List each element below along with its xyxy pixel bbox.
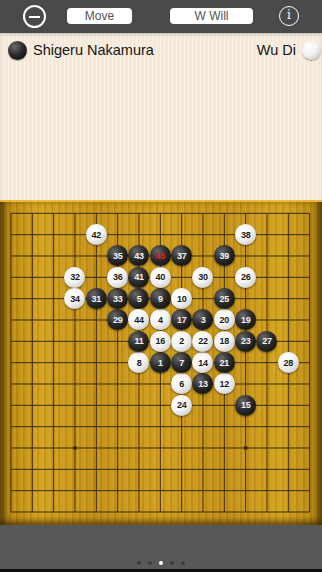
stone-2-i9: 2 [171,331,192,352]
stone-26-l12: 26 [235,267,256,288]
stone-36-f12: 36 [107,267,128,288]
info-area: Shigeru Nakamura Wu Di [0,33,322,200]
black-stone-icon [8,41,27,60]
white-player-name: Wu Di [257,42,296,58]
stone-24-i6: 24 [171,395,192,416]
white-stone-icon [302,41,321,60]
page-dot-0 [137,561,142,566]
info-circle-icon[interactable]: i [279,6,299,26]
top-bar: Move W Will i [0,0,322,33]
page-dots[interactable] [0,560,322,566]
move-button[interactable]: Move [67,8,132,24]
stone-28-n8: 28 [278,352,299,373]
stone-1-h8: 1 [150,352,171,373]
page-dot-4 [181,561,186,566]
stone-18-k9: 18 [214,331,235,352]
w-will-button[interactable]: W Will [170,8,253,24]
page-dot-1 [148,561,153,566]
stone-42-e14: 42 [86,224,107,245]
stone-23-l9: 23 [235,331,256,352]
minus-circle-icon[interactable] [23,5,46,28]
app-screen: Move W Will i Shigeru Nakamura Wu Di 123… [0,0,322,572]
stone-9-h11: 9 [150,288,171,309]
stone-15-l6: 15 [235,395,256,416]
stone-16-h9: 16 [150,331,171,352]
stone-40-h12: 40 [150,267,171,288]
page-dot-2 [159,561,164,566]
player-bar: Shigeru Nakamura Wu Di [0,36,322,64]
page-dot-3 [170,561,175,566]
black-player-name: Shigeru Nakamura [33,42,154,58]
gomoku-board[interactable]: 1234567891011121314151617181920212223242… [0,200,322,525]
stone-21-k8: 21 [214,352,235,373]
stone-31-e11: 31 [86,288,107,309]
stone-25-k11: 25 [214,288,235,309]
